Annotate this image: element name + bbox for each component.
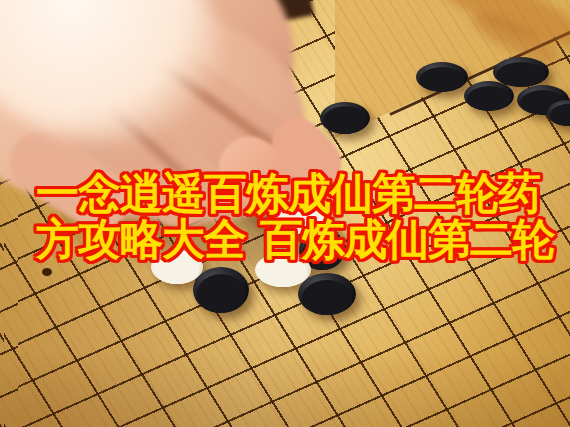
black-stone-glyph: ● xyxy=(298,273,356,315)
black-stone-glyph: ● xyxy=(320,102,370,134)
black-stone[interactable]: ● xyxy=(464,81,514,111)
headline-line2: 方攻略大全 百炼成仙第二轮 xyxy=(36,218,554,261)
black-stone[interactable]: ● xyxy=(416,62,468,92)
black-stone[interactable]: ● xyxy=(320,102,370,134)
black-stone-glyph: ● xyxy=(193,267,249,313)
black-stone[interactable]: ● xyxy=(193,267,249,313)
black-stone-glyph: ● xyxy=(416,62,468,92)
go-photo: ●●●●●●●●●●●● 一念逍遥百炼成仙第二轮药 方攻略大全 百炼成仙第二轮 xyxy=(0,0,570,427)
black-stone-glyph: ● xyxy=(464,81,514,111)
headline-line1: 一念逍遥百炼成仙第二轮药 xyxy=(36,172,540,215)
black-stone[interactable]: ● xyxy=(298,273,356,315)
